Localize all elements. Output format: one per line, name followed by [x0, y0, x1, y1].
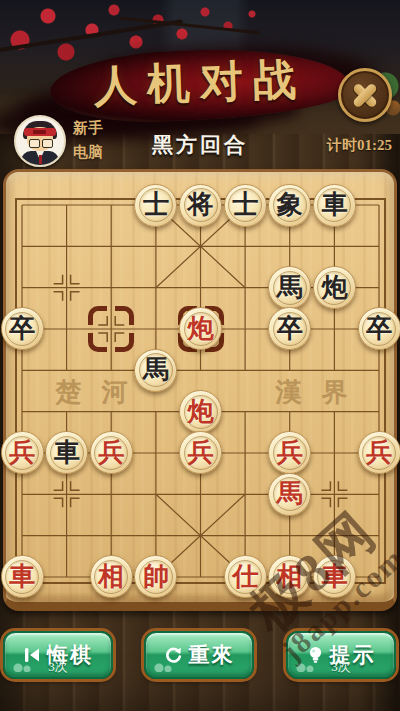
piece-red[interactable]: 仕 [224, 555, 267, 598]
piece-black[interactable]: 卒 [1, 307, 44, 350]
move-timer: 计时01:25 [282, 136, 392, 155]
hint-count: 3次 [288, 658, 394, 676]
piece-black[interactable]: 馬 [134, 349, 177, 392]
xiangqi-board[interactable]: 楚河 漢界 士将士象車馬炮卒卒卒馬車炮炮兵兵兵兵兵馬車相帥仕相車 [3, 169, 397, 611]
piece-red[interactable]: 馬 [268, 473, 311, 516]
close-button[interactable] [338, 68, 392, 122]
piece-black[interactable]: 士 [134, 184, 177, 227]
piece-black[interactable]: 将 [179, 184, 222, 227]
hint-button[interactable]: 提示 3次 [286, 631, 396, 679]
piece-black[interactable]: 象 [268, 184, 311, 227]
river-label-left: 楚河 [34, 375, 149, 410]
undo-count: 3次 [5, 658, 111, 676]
piece-black[interactable]: 炮 [313, 266, 356, 309]
piece-red[interactable]: 兵 [1, 431, 44, 474]
restart-label: 重來 [189, 641, 235, 669]
turn-indicator: 黑方回合 [100, 131, 300, 159]
piece-red[interactable]: 兵 [90, 431, 133, 474]
piece-black[interactable]: 卒 [358, 307, 400, 350]
restart-icon [164, 646, 183, 665]
restart-button[interactable]: 重來 [144, 631, 254, 679]
piece-red[interactable]: 相 [90, 555, 133, 598]
plum-branch [0, 19, 183, 53]
piece-red[interactable]: 炮 [179, 390, 222, 433]
piece-black[interactable]: 車 [313, 184, 356, 227]
piece-black[interactable]: 士 [224, 184, 267, 227]
opponent-avatar [14, 115, 66, 167]
river-label-right: 漢界 [254, 375, 369, 410]
piece-red[interactable]: 兵 [358, 431, 400, 474]
last-move-marker [88, 306, 134, 352]
undo-button[interactable]: 悔棋 3次 [3, 631, 113, 679]
piece-red[interactable]: 車 [1, 555, 44, 598]
game-screen: 人机对战 新手 电脑 黑方回合 计时01:25 楚河 漢界 士将士象車馬炮卒卒卒… [0, 0, 400, 711]
